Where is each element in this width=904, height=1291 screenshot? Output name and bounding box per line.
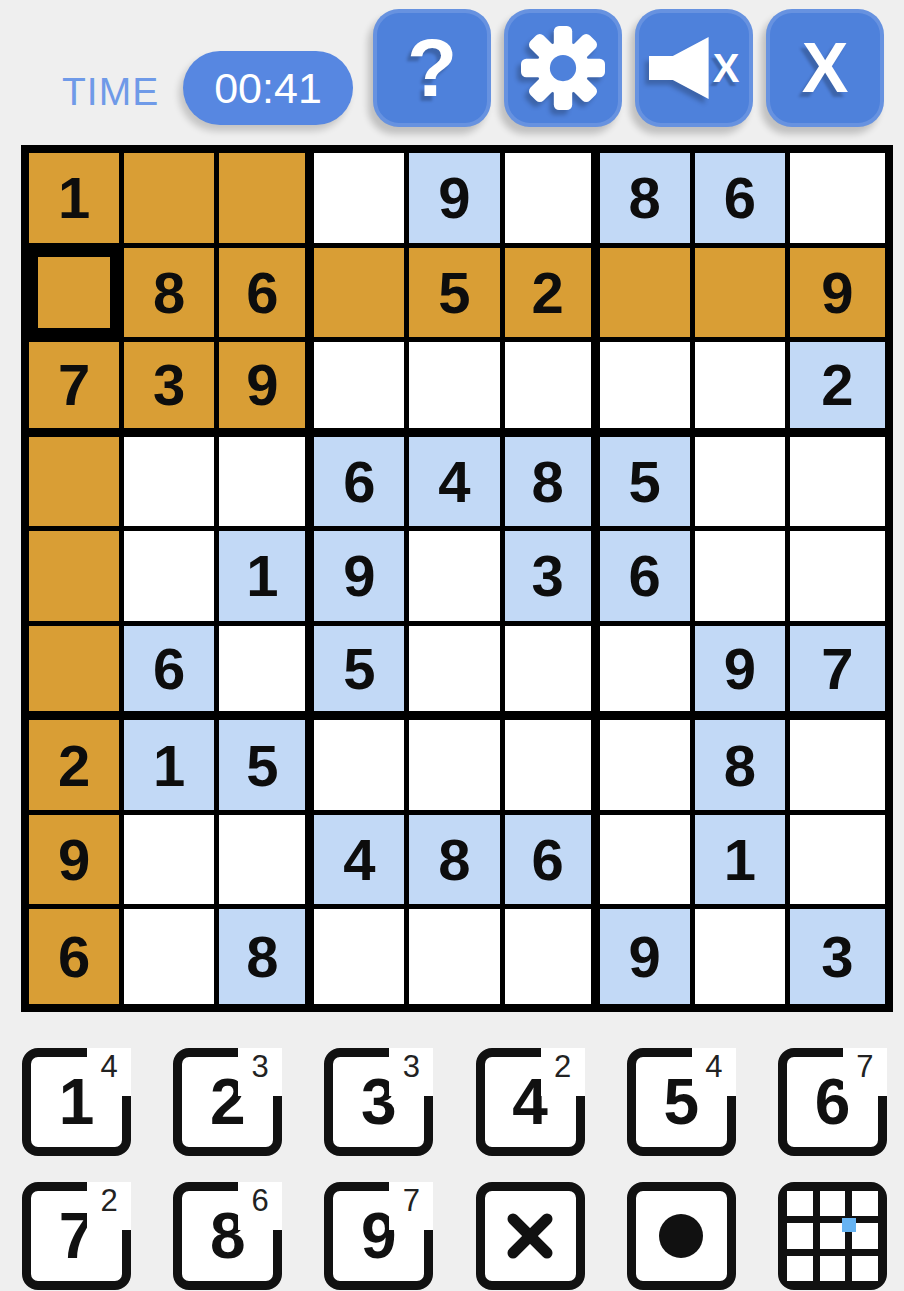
digit-count-badge: 7 — [843, 1048, 887, 1096]
speaker-x-label: X — [713, 46, 740, 91]
cell-r5c1[interactable] — [29, 531, 124, 626]
cell-r7c4[interactable] — [314, 720, 409, 815]
cell-r6c7[interactable] — [600, 626, 695, 721]
cell-r9c8[interactable] — [695, 909, 790, 1004]
cell-r1c3[interactable] — [219, 153, 314, 248]
cell-r3c3[interactable]: 9 — [219, 342, 314, 437]
cell-r6c4[interactable]: 5 — [314, 626, 409, 721]
cell-r4c9[interactable] — [790, 437, 885, 532]
pen-mode-button[interactable] — [627, 1182, 736, 1290]
cell-r2c7[interactable] — [600, 248, 695, 343]
digit-count-badge: 2 — [87, 1182, 131, 1230]
cell-r7c5[interactable] — [409, 720, 504, 815]
cell-r5c7[interactable]: 6 — [600, 531, 695, 626]
cell-r6c8[interactable]: 9 — [695, 626, 790, 721]
cell-r4c5[interactable]: 4 — [409, 437, 504, 532]
cell-r2c4[interactable] — [314, 248, 409, 343]
cell-r4c4[interactable]: 6 — [314, 437, 409, 532]
header-toolbar: ? — [373, 9, 884, 127]
cell-r7c9[interactable] — [790, 720, 885, 815]
digit-count-badge: 6 — [238, 1182, 282, 1230]
cell-r2c3[interactable]: 6 — [219, 248, 314, 343]
cell-r3c7[interactable] — [600, 342, 695, 437]
settings-button[interactable] — [504, 9, 622, 127]
digit-button-6[interactable]: 67 — [778, 1048, 887, 1156]
cell-r2c8[interactable] — [695, 248, 790, 343]
digit-count-badge: 7 — [389, 1182, 433, 1230]
cell-r9c1[interactable]: 6 — [29, 909, 124, 1004]
time-label: TIME — [62, 70, 159, 114]
digit-button-2[interactable]: 23 — [173, 1048, 282, 1156]
cell-r8c5[interactable]: 8 — [409, 815, 504, 910]
cell-r5c8[interactable] — [695, 531, 790, 626]
timer-value: 00:41 — [183, 51, 353, 125]
cell-r1c1[interactable]: 1 — [29, 153, 124, 248]
cell-r6c3[interactable] — [219, 626, 314, 721]
cell-r5c6[interactable]: 3 — [505, 531, 600, 626]
cell-r3c8[interactable] — [695, 342, 790, 437]
cell-r6c5[interactable] — [409, 626, 504, 721]
cell-r3c5[interactable] — [409, 342, 504, 437]
cell-r7c8[interactable]: 8 — [695, 720, 790, 815]
cell-r2c2[interactable]: 8 — [124, 248, 219, 343]
notes-mode-button[interactable] — [778, 1182, 887, 1290]
digit-button-9[interactable]: 97 — [324, 1182, 433, 1290]
cell-r5c5[interactable] — [409, 531, 504, 626]
cell-r7c6[interactable] — [505, 720, 600, 815]
cell-r9c3[interactable]: 8 — [219, 909, 314, 1004]
cell-r1c2[interactable] — [124, 153, 219, 248]
number-pad-row-1: 142333425467 — [22, 1048, 887, 1156]
cell-r4c3[interactable] — [219, 437, 314, 532]
cell-r8c9[interactable] — [790, 815, 885, 910]
cell-r1c8[interactable]: 6 — [695, 153, 790, 248]
cell-r9c4[interactable] — [314, 909, 409, 1004]
digit-button-5[interactable]: 54 — [627, 1048, 736, 1156]
cell-r6c1[interactable] — [29, 626, 124, 721]
sudoku-board: 19868652973926485193665972158948616893 — [21, 145, 893, 1012]
question-icon: ? — [407, 21, 457, 115]
close-icon: X — [802, 28, 849, 108]
cell-r8c7[interactable] — [600, 815, 695, 910]
cell-r4c8[interactable] — [695, 437, 790, 532]
cell-r3c4[interactable] — [314, 342, 409, 437]
digit-button-7[interactable]: 72 — [22, 1182, 131, 1290]
cell-r3c1[interactable]: 7 — [29, 342, 124, 437]
digit-button-4[interactable]: 42 — [476, 1048, 585, 1156]
timer-text: 00:41 — [214, 64, 322, 113]
cell-r1c9[interactable] — [790, 153, 885, 248]
speaker-muted-icon — [649, 34, 711, 102]
cell-r9c6[interactable] — [505, 909, 600, 1004]
cell-r4c6[interactable]: 8 — [505, 437, 600, 532]
cell-r2c1[interactable] — [29, 248, 124, 343]
cell-r6c6[interactable] — [505, 626, 600, 721]
digit-count-badge: 4 — [87, 1048, 131, 1096]
cell-r7c1[interactable]: 2 — [29, 720, 124, 815]
cell-r6c2[interactable]: 6 — [124, 626, 219, 721]
cell-r6c9[interactable]: 7 — [790, 626, 885, 721]
cell-r3c2[interactable]: 3 — [124, 342, 219, 437]
cell-r1c4[interactable] — [314, 153, 409, 248]
cell-r3c9[interactable]: 2 — [790, 342, 885, 437]
sudoku-app: TIME 00:41 ? — [0, 0, 904, 1291]
digit-count-badge: 2 — [541, 1048, 585, 1096]
pen-dot-icon — [659, 1214, 703, 1258]
digit-count-badge: 3 — [238, 1048, 282, 1096]
cell-r8c6[interactable]: 6 — [505, 815, 600, 910]
digit-count-badge: 3 — [389, 1048, 433, 1096]
mute-button[interactable]: X — [635, 9, 753, 127]
digit-button-1[interactable]: 14 — [22, 1048, 131, 1156]
cell-r4c1[interactable] — [29, 437, 124, 532]
cell-r9c5[interactable] — [409, 909, 504, 1004]
cell-r9c2[interactable] — [124, 909, 219, 1004]
cell-r9c9[interactable]: 3 — [790, 909, 885, 1004]
notes-dot-icon — [842, 1218, 856, 1232]
cell-r1c5[interactable]: 9 — [409, 153, 504, 248]
close-button[interactable]: X — [766, 9, 884, 127]
cell-r5c4[interactable]: 9 — [314, 531, 409, 626]
cell-r8c2[interactable] — [124, 815, 219, 910]
help-button[interactable]: ? — [373, 9, 491, 127]
cell-r3c6[interactable] — [505, 342, 600, 437]
cell-r8c8[interactable]: 1 — [695, 815, 790, 910]
cell-r8c4[interactable]: 4 — [314, 815, 409, 910]
cell-r9c7[interactable]: 9 — [600, 909, 695, 1004]
cell-r8c3[interactable] — [219, 815, 314, 910]
gear-icon — [521, 26, 605, 110]
cell-r2c9[interactable]: 9 — [790, 248, 885, 343]
cell-r5c2[interactable] — [124, 531, 219, 626]
erase-x-icon — [504, 1210, 556, 1262]
erase-button[interactable] — [476, 1182, 585, 1290]
cell-r5c9[interactable] — [790, 531, 885, 626]
cell-r1c6[interactable] — [505, 153, 600, 248]
cell-r8c1[interactable]: 9 — [29, 815, 124, 910]
cell-r4c7[interactable]: 5 — [600, 437, 695, 532]
notes-grid-icon — [787, 1191, 878, 1281]
cell-r2c5[interactable]: 5 — [409, 248, 504, 343]
digit-button-3[interactable]: 33 — [324, 1048, 433, 1156]
cell-r7c2[interactable]: 1 — [124, 720, 219, 815]
cell-r1c7[interactable]: 8 — [600, 153, 695, 248]
cell-r4c2[interactable] — [124, 437, 219, 532]
cell-r7c7[interactable] — [600, 720, 695, 815]
number-pad-row-2: 728697 — [22, 1182, 887, 1290]
cell-r5c3[interactable]: 1 — [219, 531, 314, 626]
cell-r2c6[interactable]: 2 — [505, 248, 600, 343]
digit-button-8[interactable]: 86 — [173, 1182, 282, 1290]
digit-count-badge: 4 — [692, 1048, 736, 1096]
cell-r7c3[interactable]: 5 — [219, 720, 314, 815]
